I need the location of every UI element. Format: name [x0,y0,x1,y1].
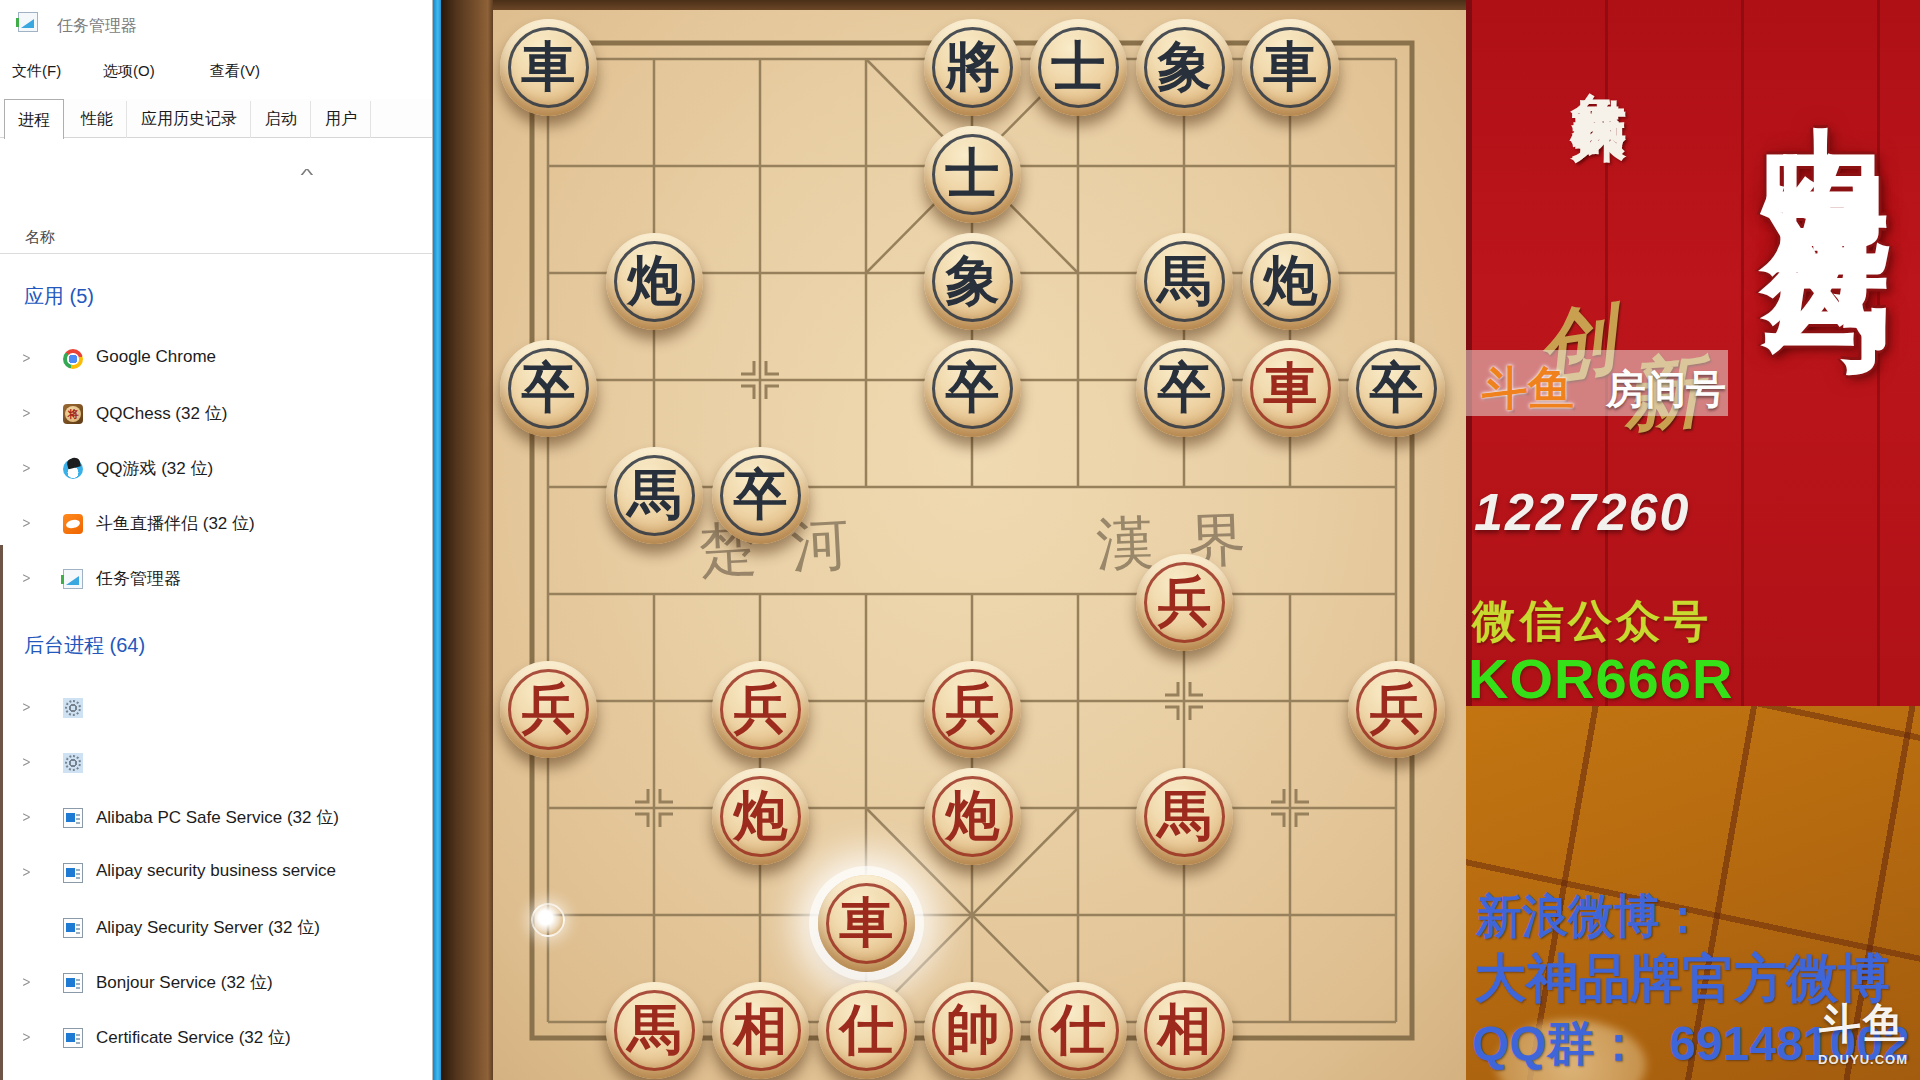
tab-用户[interactable]: 用户 [312,101,371,138]
xiangqi-piece-black-卒[interactable]: 卒 [1136,340,1233,437]
piece-glyph: 車 [1242,340,1339,437]
chevron-right-icon[interactable]: > [22,863,30,880]
xiangqi-piece-red-馬[interactable]: 馬 [1136,768,1233,865]
xiangqi-piece-black-卒[interactable]: 卒 [500,340,597,437]
move-from-marker [531,903,565,937]
process-name: Alipay security business service [96,861,336,881]
xiangqi-piece-black-馬[interactable]: 馬 [606,447,703,544]
process-name: Certificate Service (32 位) [96,1026,291,1049]
xiangqi-piece-black-士[interactable]: 士 [924,126,1021,223]
xiangqi-piece-black-炮[interactable]: 炮 [1242,233,1339,330]
task-manager-window: 任务管理器 文件(F)选项(O)查看(V) 进程性能应用历史记录启动用户 ^ 名… [0,0,433,1080]
chevron-right-icon[interactable]: > [22,514,30,531]
room-number: 1227260 [1474,482,1690,542]
banner-subtitle-vertical: 象棋大师 [1562,48,1638,72]
xiangqi-piece-red-車[interactable]: 車 [1242,340,1339,437]
process-name: QQChess (32 位) [96,402,227,425]
window-icon [63,973,83,993]
table-row[interactable]: >Alipay security business service [0,846,432,901]
xiangqi-piece-black-象[interactable]: 象 [1136,19,1233,116]
xiangqi-piece-black-卒[interactable]: 卒 [924,340,1021,437]
banner-title-vertical: 中炮对屏风马 [1741,22,1914,1072]
weibo-label: 新浪微博： [1476,886,1706,948]
piece-glyph: 炮 [606,233,703,330]
tab-进程[interactable]: 进程 [4,99,64,139]
chevron-right-icon[interactable]: > [22,569,30,586]
room-number-band: 斗鱼 房间号 [1466,350,1728,416]
menu-item[interactable]: 文件(F) [12,62,61,81]
piece-glyph: 炮 [924,768,1021,865]
douyu-watermark: 斗鱼 DOUYU.COM [1818,996,1908,1067]
table-row[interactable]: >QQChess (32 位) [0,387,432,442]
douyu-watermark-sub: DOUYU.COM [1818,1052,1908,1067]
process-list: 应用 (5)>Google Chrome>QQChess (32 位)>QQ游戏… [0,258,432,1066]
table-row[interactable]: > [0,736,432,791]
table-row[interactable]: >Bonjour Service (32 位) [0,956,432,1011]
table-row[interactable]: >Alibaba PC Safe Service (32 位) [0,791,432,846]
chevron-right-icon[interactable]: > [22,1028,30,1045]
xiangqi-piece-black-炮[interactable]: 炮 [606,233,703,330]
xiangqi-piece-red-炮[interactable]: 炮 [924,768,1021,865]
chevron-right-icon[interactable]: > [22,349,30,366]
room-label: 房间号 [1606,362,1726,417]
tab-性能[interactable]: 性能 [68,101,127,138]
menu-item[interactable]: 查看(V) [210,62,260,81]
piece-glyph: 卒 [500,340,597,437]
window-icon [63,1028,83,1048]
chevron-right-icon[interactable]: > [22,753,30,770]
piece-glyph: 卒 [1136,340,1233,437]
piece-glyph: 相 [1136,982,1233,1079]
tab-bar: 进程性能应用历史记录启动用户 [0,99,432,138]
wechat-id: KOR666R [1468,646,1733,711]
wechat-label: 微信公众号 [1472,592,1712,651]
table-row[interactable]: Alipay Security Server (32 位) [0,901,432,956]
table-row[interactable]: >QQ游戏 (32 位) [0,442,432,497]
piece-glyph: 卒 [712,447,809,544]
section-header[interactable]: 应用 (5) [24,276,432,316]
menu-bar: 文件(F)选项(O)查看(V) [0,58,432,88]
process-name: Alipay Security Server (32 位) [96,916,320,939]
menu-item[interactable]: 选项(O) [103,62,155,81]
piece-glyph: 仕 [818,982,915,1079]
table-row[interactable]: >Google Chrome [0,332,432,387]
desktop: 任务管理器 文件(F)选项(O)查看(V) 进程性能应用历史记录启动用户 ^ 名… [0,0,1920,1080]
xiangqi-board[interactable]: 楚河 漢界 車將士象車士炮象馬炮卒卒卒車卒馬卒兵兵兵兵兵炮炮馬車馬相仕帥仕相 [441,0,1466,1080]
piece-glyph: 兵 [1136,554,1233,651]
task-manager-icon [18,12,38,32]
window-icon [63,808,83,828]
process-name: 任务管理器 [96,567,181,590]
piece-glyph: 象 [924,233,1021,330]
qqchess-icon [63,404,83,424]
process-name: Alibaba PC Safe Service (32 位) [96,806,339,829]
xiangqi-piece-black-卒[interactable]: 卒 [712,447,809,544]
table-row[interactable]: > [0,681,432,736]
process-name: Bonjour Service (32 位) [96,971,273,994]
piece-glyph: 車 [500,19,597,116]
piece-glyph: 士 [1030,19,1127,116]
chrome-icon [63,349,83,369]
chevron-right-icon[interactable]: > [22,459,30,476]
window-icon [63,918,83,938]
tab-启动[interactable]: 启动 [252,101,311,138]
piece-glyph: 馬 [1136,768,1233,865]
taskmgr-icon [63,569,83,589]
piece-glyph: 兵 [1348,661,1445,758]
gear-icon [63,698,83,718]
process-name: 斗鱼直播伴侣 (32 位) [96,512,255,535]
piece-glyph: 將 [924,19,1021,116]
xiangqi-piece-red-車[interactable]: 車 [818,875,915,972]
piece-glyph: 卒 [924,340,1021,437]
table-row[interactable]: >任务管理器 [0,552,432,607]
piece-glyph: 兵 [500,661,597,758]
xiangqi-piece-black-將[interactable]: 將 [924,19,1021,116]
xiangqi-piece-red-相[interactable]: 相 [712,982,809,1079]
xiangqi-piece-red-炮[interactable]: 炮 [712,768,809,865]
xiangqi-piece-red-兵[interactable]: 兵 [712,661,809,758]
section-header[interactable]: 后台进程 (64) [24,625,432,665]
qqgame-icon [63,459,83,479]
piece-glyph: 兵 [924,661,1021,758]
xiangqi-piece-black-士[interactable]: 士 [1030,19,1127,116]
douyu-watermark-text: 斗鱼 [1818,996,1908,1052]
piece-glyph: 炮 [712,768,809,865]
piece-glyph: 炮 [1242,233,1339,330]
window-edge [0,545,3,1080]
piece-glyph: 仕 [1030,982,1127,1079]
sort-caret-icon[interactable]: ^ [301,166,314,186]
piece-glyph: 象 [1136,19,1233,116]
table-row[interactable]: >斗鱼直播伴侣 (32 位) [0,497,432,552]
piece-glyph: 馬 [606,982,703,1079]
piece-glyph: 士 [924,126,1021,223]
xiangqi-piece-red-兵[interactable]: 兵 [500,661,597,758]
chevron-right-icon[interactable]: > [22,698,30,715]
chevron-right-icon[interactable]: > [22,973,30,990]
chevron-right-icon[interactable]: > [22,808,30,825]
douyu-icon [63,514,83,534]
xiangqi-piece-red-兵[interactable]: 兵 [924,661,1021,758]
process-name: Google Chrome [96,347,216,367]
table-row[interactable]: >Certificate Service (32 位) [0,1011,432,1066]
xiangqi-piece-red-兵[interactable]: 兵 [1136,554,1233,651]
piece-glyph: 相 [712,982,809,1079]
piece-glyph: 馬 [606,447,703,544]
xiangqi-piece-red-兵[interactable]: 兵 [1348,661,1445,758]
window-title: 任务管理器 [57,16,137,37]
title-bar[interactable]: 任务管理器 [0,8,432,44]
xiangqi-piece-black-馬[interactable]: 馬 [1136,233,1233,330]
piece-glyph: 車 [818,875,915,972]
tab-应用历史记录[interactable]: 应用历史记录 [128,101,251,138]
xiangqi-piece-black-車[interactable]: 車 [1242,19,1339,116]
promo-banner: 象棋大师 创 新 斗鱼 房间号 1227260 微信公众号 KOR666R 中炮… [1466,0,1920,1080]
game-window-edge [433,0,441,1080]
column-header-row[interactable]: 名称 [0,222,432,254]
xiangqi-piece-red-相[interactable]: 相 [1136,982,1233,1079]
piece-glyph: 卒 [1348,340,1445,437]
piece-glyph: 兵 [712,661,809,758]
xiangqi-piece-black-卒[interactable]: 卒 [1348,340,1445,437]
chevron-right-icon[interactable]: > [22,404,30,421]
xiangqi-piece-red-仕[interactable]: 仕 [1030,982,1127,1079]
douyu-logo: 斗鱼 [1482,358,1574,420]
board-frame-left [441,0,493,1080]
column-header-name[interactable]: 名称 [25,228,55,247]
board-frame-top [441,0,1466,10]
piece-glyph: 帥 [924,982,1021,1079]
process-name: QQ游戏 (32 位) [96,457,213,480]
xiangqi-piece-red-帥[interactable]: 帥 [924,982,1021,1079]
gear-icon [63,753,83,773]
xiangqi-piece-red-馬[interactable]: 馬 [606,982,703,1079]
xiangqi-piece-black-象[interactable]: 象 [924,233,1021,330]
xiangqi-piece-black-車[interactable]: 車 [500,19,597,116]
window-icon [63,863,83,883]
xiangqi-piece-red-仕[interactable]: 仕 [818,982,915,1079]
piece-glyph: 車 [1242,19,1339,116]
piece-glyph: 馬 [1136,233,1233,330]
